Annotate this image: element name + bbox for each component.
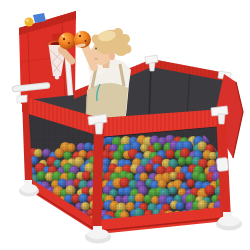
frame-connector-left bbox=[17, 95, 27, 103]
playpen-scene bbox=[0, 0, 250, 250]
frame-connector-back bbox=[145, 55, 158, 64]
front-left-panel bbox=[17, 95, 105, 234]
post-clip bbox=[216, 157, 228, 171]
toddler-fingers bbox=[78, 45, 84, 46]
corner-ball-knob bbox=[25, 18, 34, 27]
product-photo bbox=[0, 0, 250, 250]
